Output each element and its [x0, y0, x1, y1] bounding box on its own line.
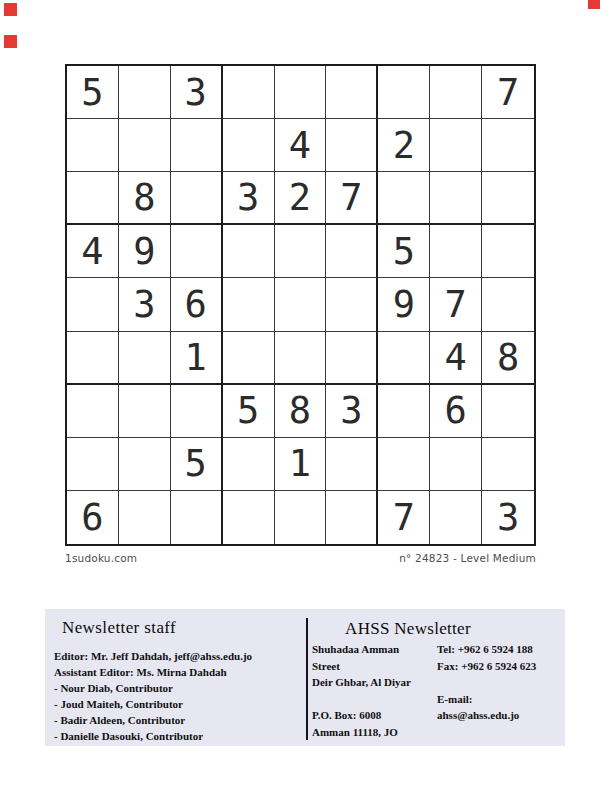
- cell-r2c2[interactable]: [119, 119, 171, 172]
- text-line: P.O. Box: 6008: [312, 707, 411, 724]
- cell-r9c2[interactable]: [119, 491, 171, 544]
- cell-r2c9[interactable]: [482, 119, 534, 172]
- text-line: - Nour Diab, Contributor: [54, 680, 252, 696]
- cell-r9c7[interactable]: 7: [378, 491, 430, 544]
- red-corner-mark: [4, 3, 17, 16]
- cell-r3c1[interactable]: [67, 172, 119, 225]
- cell-r6c9[interactable]: 8: [482, 332, 534, 385]
- text-line: [312, 691, 411, 708]
- text-line: Assistant Editor: Ms. Mirna Dahdah: [54, 664, 252, 680]
- cell-r8c5[interactable]: 1: [275, 438, 327, 491]
- cell-r5c6[interactable]: [326, 278, 378, 331]
- cell-r9c5[interactable]: [275, 491, 327, 544]
- cell-r6c5[interactable]: [275, 332, 327, 385]
- cell-r7c7[interactable]: [378, 385, 430, 438]
- cell-r9c8[interactable]: [430, 491, 482, 544]
- cell-r4c6[interactable]: [326, 225, 378, 278]
- staff-section-title: Newsletter staff: [62, 618, 176, 638]
- cell-r8c2[interactable]: [119, 438, 171, 491]
- cell-r5c3[interactable]: 6: [171, 278, 223, 331]
- cell-r1c9[interactable]: 7: [482, 66, 534, 119]
- cell-r9c6[interactable]: [326, 491, 378, 544]
- cell-r1c6[interactable]: [326, 66, 378, 119]
- cell-r9c3[interactable]: [171, 491, 223, 544]
- text-line: Editor: Mr. Jeff Dahdah, jeff@ahss.edu.j…: [54, 648, 252, 664]
- cell-r4c2[interactable]: 9: [119, 225, 171, 278]
- cell-r8c7[interactable]: [378, 438, 430, 491]
- cell-r1c1[interactable]: 5: [67, 66, 119, 119]
- cell-r8c9[interactable]: [482, 438, 534, 491]
- cell-r1c2[interactable]: [119, 66, 171, 119]
- text-line: Shuhadaa Amman: [312, 641, 411, 658]
- cell-r5c7[interactable]: 9: [378, 278, 430, 331]
- cell-r6c3[interactable]: 1: [171, 332, 223, 385]
- cell-r7c3[interactable]: [171, 385, 223, 438]
- cell-r3c8[interactable]: [430, 172, 482, 225]
- text-line: - Badir Aldeen, Contributor: [54, 712, 252, 728]
- contact-lines: Tel: +962 6 5924 188Fax: +962 6 5924 623…: [437, 641, 536, 724]
- text-line: - Joud Maiteh, Contributor: [54, 696, 252, 712]
- cell-r7c5[interactable]: 8: [275, 385, 327, 438]
- cell-r3c2[interactable]: 8: [119, 172, 171, 225]
- cell-r2c3[interactable]: [171, 119, 223, 172]
- board-footer: 1sudoku.com n° 24823 - Level Medium: [65, 552, 536, 564]
- cell-r3c4[interactable]: 3: [223, 172, 275, 225]
- cell-r7c9[interactable]: [482, 385, 534, 438]
- cell-r4c9[interactable]: [482, 225, 534, 278]
- cell-r5c8[interactable]: 7: [430, 278, 482, 331]
- cell-r3c6[interactable]: 7: [326, 172, 378, 225]
- cell-r1c7[interactable]: [378, 66, 430, 119]
- cell-r2c7[interactable]: 2: [378, 119, 430, 172]
- cell-r2c8[interactable]: [430, 119, 482, 172]
- cell-r3c3[interactable]: [171, 172, 223, 225]
- cell-r6c6[interactable]: [326, 332, 378, 385]
- cell-r5c2[interactable]: 3: [119, 278, 171, 331]
- text-line: ahss@ahss.edu.jo: [437, 707, 536, 724]
- newsletter-section-title: AHSS Newsletter: [310, 619, 506, 639]
- text-line: - Danielle Dasouki, Contributor: [54, 728, 252, 744]
- cell-r1c3[interactable]: 3: [171, 66, 223, 119]
- source-label: 1sudoku.com: [65, 552, 137, 564]
- cell-r3c5[interactable]: 2: [275, 172, 327, 225]
- vertical-divider: [306, 618, 308, 740]
- text-line: [437, 674, 536, 691]
- red-corner-mark: [588, 0, 600, 9]
- text-line: Street: [312, 658, 411, 675]
- red-corner-mark: [4, 35, 17, 48]
- cell-r5c5[interactable]: [275, 278, 327, 331]
- cell-r8c1[interactable]: [67, 438, 119, 491]
- cell-r5c4[interactable]: [223, 278, 275, 331]
- cell-r4c8[interactable]: [430, 225, 482, 278]
- sudoku-board: 5374283274953697148583651673: [65, 64, 536, 546]
- cell-r8c8[interactable]: [430, 438, 482, 491]
- text-line: E-mail:: [437, 691, 536, 708]
- cell-r7c6[interactable]: 3: [326, 385, 378, 438]
- cell-r4c1[interactable]: 4: [67, 225, 119, 278]
- cell-r8c6[interactable]: [326, 438, 378, 491]
- address-lines: Shuhadaa AmmanStreetDeir Ghbar, Al Diyar…: [312, 641, 411, 740]
- cell-r9c4[interactable]: [223, 491, 275, 544]
- cell-r4c7[interactable]: 5: [378, 225, 430, 278]
- cell-r8c4[interactable]: [223, 438, 275, 491]
- cell-r4c4[interactable]: [223, 225, 275, 278]
- puzzle-label: n° 24823 - Level Medium: [399, 552, 536, 564]
- cell-r6c8[interactable]: 4: [430, 332, 482, 385]
- cell-r1c4[interactable]: [223, 66, 275, 119]
- newsletter-info-card: Newsletter staff Editor: Mr. Jeff Dahdah…: [45, 609, 565, 746]
- staff-lines: Editor: Mr. Jeff Dahdah, jeff@ahss.edu.j…: [54, 648, 252, 744]
- cell-r6c7[interactable]: [378, 332, 430, 385]
- cell-r6c2[interactable]: [119, 332, 171, 385]
- cell-r1c8[interactable]: [430, 66, 482, 119]
- text-line: Fax: +962 6 5924 623: [437, 658, 536, 675]
- cell-r2c1[interactable]: [67, 119, 119, 172]
- cell-r7c2[interactable]: [119, 385, 171, 438]
- text-line: Tel: +962 6 5924 188: [437, 641, 536, 658]
- text-line: Deir Ghbar, Al Diyar: [312, 674, 411, 691]
- cell-r2c5[interactable]: 4: [275, 119, 327, 172]
- cell-r8c3[interactable]: 5: [171, 438, 223, 491]
- cell-r9c1[interactable]: 6: [67, 491, 119, 544]
- cell-r5c9[interactable]: [482, 278, 534, 331]
- cell-r2c6[interactable]: [326, 119, 378, 172]
- cell-r6c4[interactable]: [223, 332, 275, 385]
- cell-r7c1[interactable]: [67, 385, 119, 438]
- cell-r1c5[interactable]: [275, 66, 327, 119]
- text-line: Amman 11118, JO: [312, 724, 411, 741]
- cell-r4c3[interactable]: [171, 225, 223, 278]
- cell-r9c9[interactable]: 3: [482, 491, 534, 544]
- cell-r5c1[interactable]: [67, 278, 119, 331]
- cell-r4c5[interactable]: [275, 225, 327, 278]
- cell-r7c4[interactable]: 5: [223, 385, 275, 438]
- cell-r3c7[interactable]: [378, 172, 430, 225]
- cell-r7c8[interactable]: 6: [430, 385, 482, 438]
- cell-r2c4[interactable]: [223, 119, 275, 172]
- cell-r6c1[interactable]: [67, 332, 119, 385]
- page: 5374283274953697148583651673 1sudoku.com…: [0, 0, 612, 792]
- cell-r3c9[interactable]: [482, 172, 534, 225]
